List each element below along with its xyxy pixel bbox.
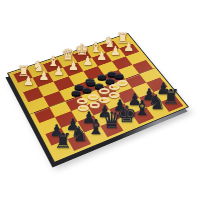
product-photo-chess-set[interactable]: ♜♞♝♛♚♝♞♜♟♟♟♟♟♟♟♟♟♟♟♟♟♟♟♟♜♞♝♛♚♝♞♜	[0, 0, 200, 200]
chess-board	[7, 33, 189, 163]
